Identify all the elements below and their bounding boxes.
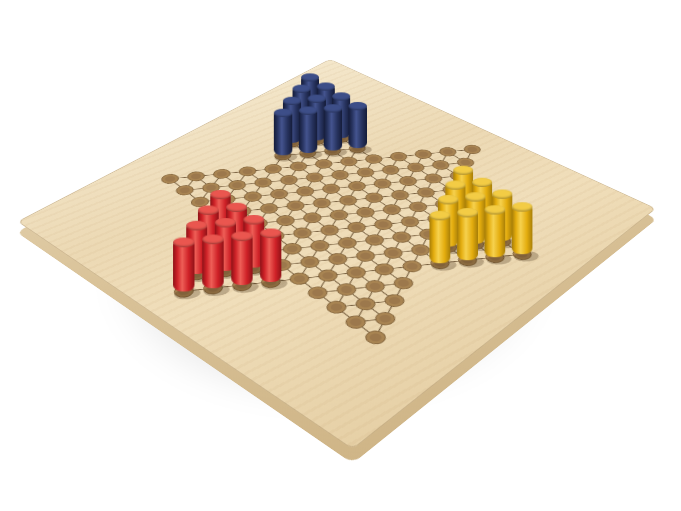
red-peg-top: [214, 218, 235, 228]
product-photo-scene: [0, 0, 681, 511]
blue-peg-body: [323, 108, 342, 151]
board-hole[interactable]: [307, 286, 328, 300]
red-peg-top: [186, 221, 207, 231]
board-hole[interactable]: [391, 231, 412, 243]
blue-peg-top: [283, 97, 301, 105]
board-hole[interactable]: [254, 177, 273, 188]
board-hole[interactable]: [286, 200, 305, 211]
red-peg-top: [231, 231, 253, 241]
yellow-peg-body: [484, 209, 505, 257]
board-hole[interactable]: [356, 206, 376, 218]
blue-peg-top: [301, 73, 319, 81]
peg-yellow[interactable]: [429, 215, 450, 263]
red-peg-top: [173, 237, 195, 247]
board-hole[interactable]: [270, 188, 289, 199]
blue-peg-top: [298, 106, 317, 114]
blue-peg-body: [298, 110, 317, 153]
board-hole[interactable]: [408, 201, 428, 212]
blue-peg-body: [273, 113, 292, 156]
peg-yellow[interactable]: [457, 212, 478, 260]
board-hole[interactable]: [176, 185, 194, 196]
engraved-line: [400, 194, 418, 208]
board-hole[interactable]: [213, 169, 231, 180]
red-peg-top: [210, 190, 231, 199]
board-hole[interactable]: [305, 172, 324, 183]
yellow-peg-top: [465, 192, 486, 201]
blue-peg-top: [273, 109, 292, 117]
red-peg-body: [173, 242, 195, 292]
peg-red[interactable]: [202, 239, 224, 289]
yellow-peg-top: [512, 202, 533, 211]
red-peg-top: [198, 205, 219, 214]
board-hole[interactable]: [320, 224, 340, 236]
engraved-line: [366, 302, 386, 320]
blue-peg-top: [348, 102, 367, 110]
board-hole[interactable]: [393, 276, 415, 289]
board-hole[interactable]: [383, 294, 405, 308]
yellow-peg-top: [492, 190, 513, 199]
red-peg-top: [243, 215, 264, 225]
peg-red[interactable]: [260, 233, 281, 282]
board-hole[interactable]: [400, 216, 421, 228]
peg-blue[interactable]: [348, 106, 367, 149]
board-hole[interactable]: [326, 300, 348, 314]
red-peg-top: [226, 203, 247, 212]
board-hole[interactable]: [364, 234, 385, 246]
board-wood-face: [17, 59, 656, 450]
board-hole[interactable]: [289, 272, 310, 285]
yellow-peg-top: [484, 205, 505, 214]
red-peg-top: [260, 228, 281, 238]
peg-red[interactable]: [231, 236, 253, 285]
blue-peg-top: [332, 92, 350, 100]
peg-yellow[interactable]: [512, 206, 533, 254]
board-hole[interactable]: [410, 244, 431, 257]
board-hole-center: [191, 173, 202, 179]
board-hole[interactable]: [431, 160, 451, 170]
board-hole[interactable]: [303, 212, 323, 224]
board-hole[interactable]: [381, 165, 400, 176]
board-hole[interactable]: [322, 183, 341, 194]
peg-red[interactable]: [173, 242, 195, 292]
board-hole[interactable]: [347, 181, 366, 192]
board-hole[interactable]: [310, 240, 330, 252]
peg-blue[interactable]: [298, 110, 317, 153]
peg-blue[interactable]: [323, 108, 342, 151]
peg-yellow[interactable]: [484, 209, 505, 257]
board-hole[interactable]: [331, 170, 350, 181]
peg-blue[interactable]: [273, 113, 292, 156]
red-peg-top: [202, 234, 224, 244]
yellow-peg-top: [457, 208, 478, 217]
yellow-peg-top: [437, 195, 458, 204]
yellow-peg-body: [429, 215, 450, 263]
engraved-line: [310, 260, 328, 277]
engraved-line: [410, 220, 429, 235]
yellow-peg-top: [429, 211, 450, 220]
engraved-line: [375, 238, 394, 254]
star-hole-grid: [139, 102, 583, 365]
board-hole[interactable]: [296, 186, 315, 197]
blue-peg-body: [348, 106, 367, 149]
red-peg-body: [260, 233, 281, 282]
blue-peg-top: [316, 83, 334, 91]
yellow-peg-top: [453, 166, 473, 175]
board-hole[interactable]: [259, 203, 278, 215]
blue-peg-top: [307, 94, 325, 102]
chinese-checkers-board: [17, 59, 656, 450]
yellow-peg-body: [512, 206, 533, 254]
yellow-peg-top: [472, 178, 492, 187]
red-peg-body: [231, 236, 253, 285]
board-hole[interactable]: [327, 253, 348, 266]
engraved-line: [416, 166, 434, 180]
red-peg-body: [202, 239, 224, 289]
yellow-peg-top: [445, 180, 465, 189]
blue-peg-top: [323, 104, 342, 112]
board-hole[interactable]: [329, 209, 349, 221]
board-hole-center: [247, 193, 258, 200]
board-hole[interactable]: [337, 237, 358, 249]
yellow-peg-body: [457, 212, 478, 260]
blue-peg-top: [292, 85, 310, 93]
board-hole-center: [263, 205, 275, 212]
board-hole-center: [420, 189, 432, 196]
